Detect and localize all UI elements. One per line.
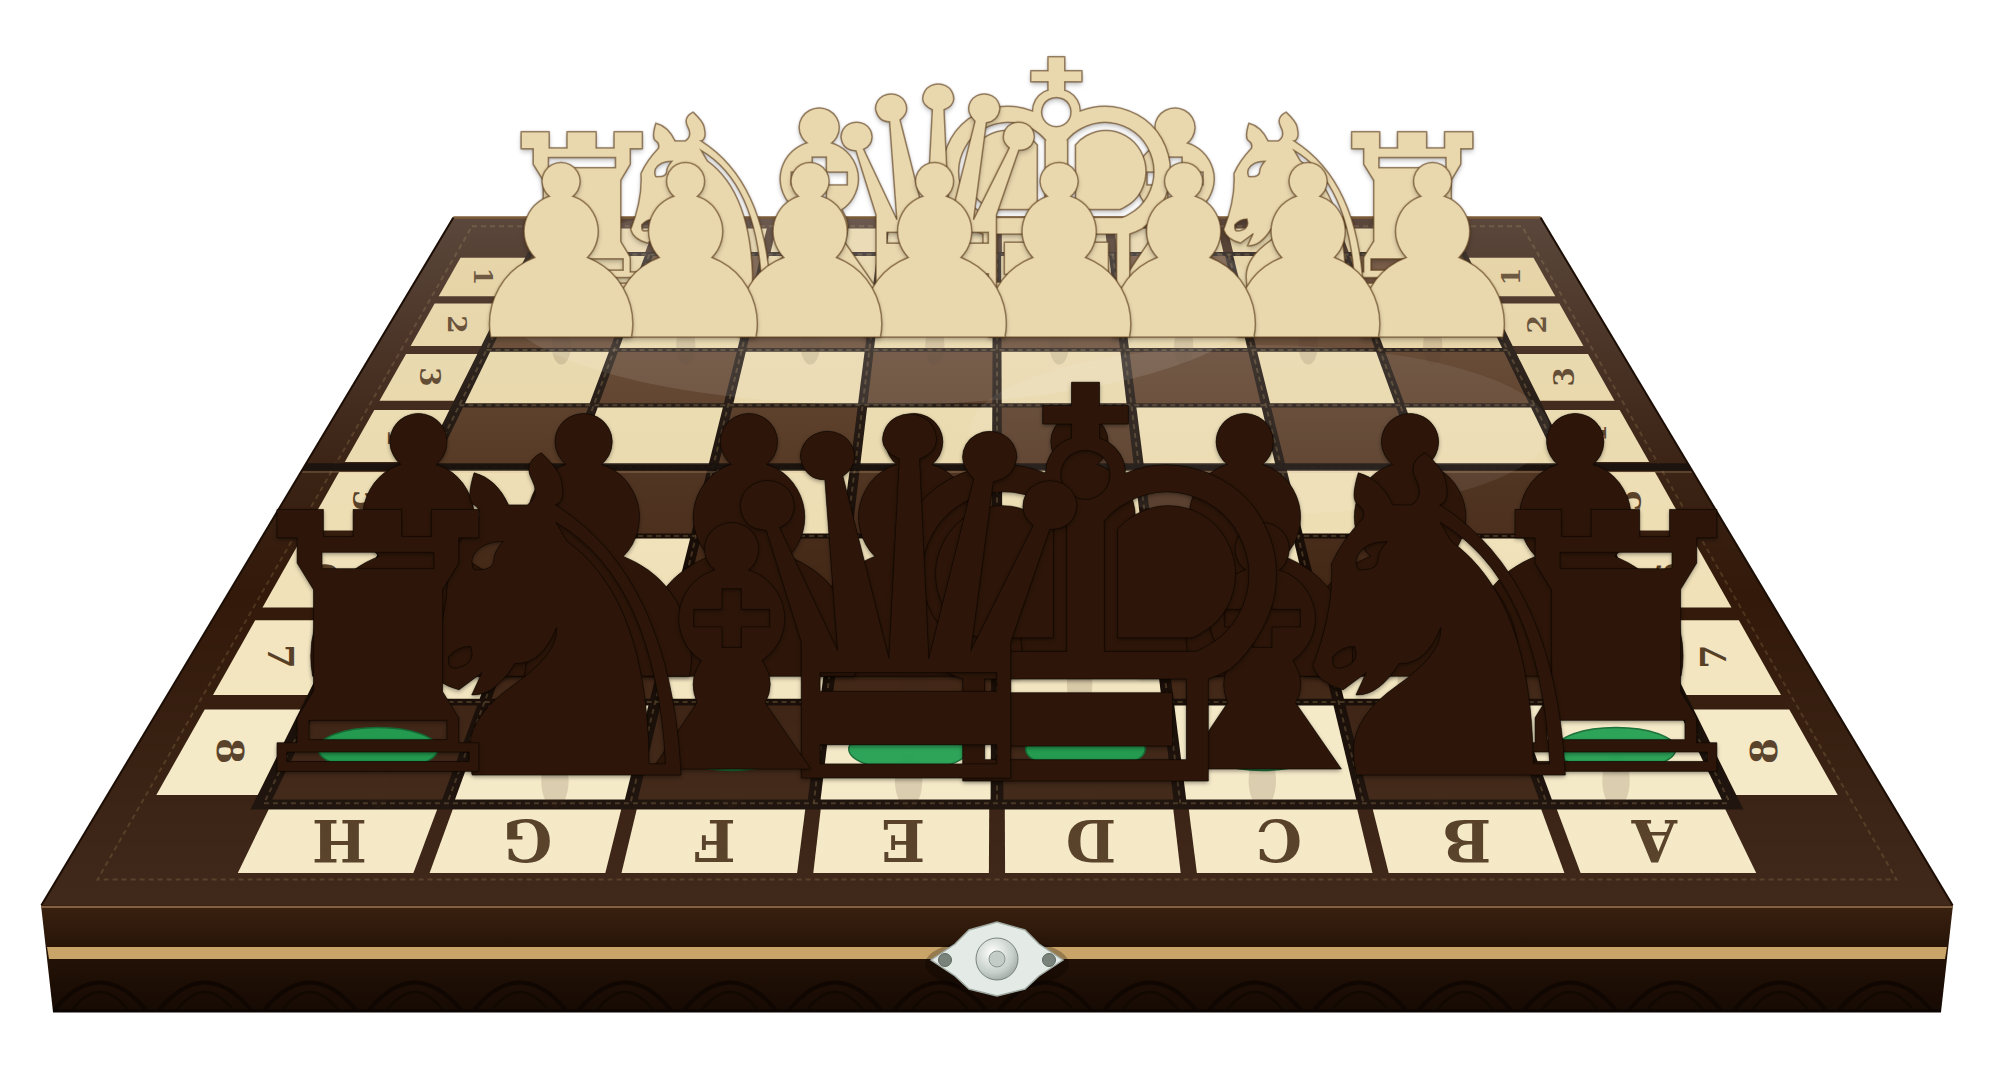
latch-screw-right — [1043, 954, 1056, 967]
latch-screw-left — [939, 954, 952, 967]
latch-knob-center — [989, 951, 1005, 967]
photo-canvas: HGFEDCBA1122334455667788 ♜♞♝♚♛♝♞♜♟♟♟♟♟♟♟… — [0, 0, 2000, 1068]
chessboard: HGFEDCBA1122334455667788 — [0, 0, 2000, 1068]
glare — [970, 345, 1550, 515]
